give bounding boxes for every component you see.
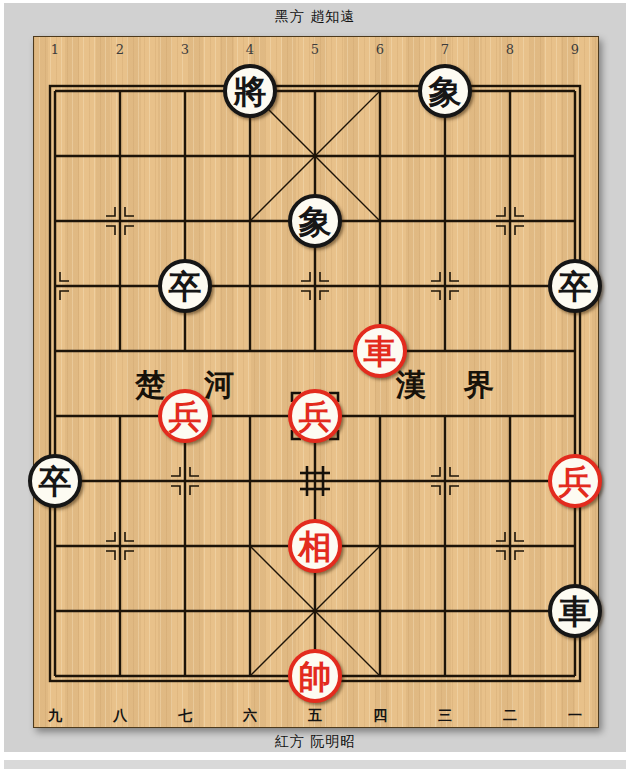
piece-red-chariot[interactable]: 車	[353, 324, 407, 378]
river-label-he: 河	[204, 365, 234, 406]
file-coordinate-bottom: 六	[243, 707, 257, 725]
player-black-label: 黑方 趙知遠	[0, 8, 630, 26]
file-coordinate-bottom: 二	[503, 707, 517, 725]
file-coordinate-bottom: 三	[438, 707, 452, 725]
river-label-chu: 楚	[135, 365, 165, 406]
piece-black-soldier[interactable]: 卒	[158, 259, 212, 313]
piece-black-elephant[interactable]: 象	[418, 64, 472, 118]
xiangqi-board[interactable]: 楚 河 漢 界 123456789九八七六五四三二一將象象卒卒車兵兵卒兵相車帥	[33, 36, 599, 728]
piece-red-elephant[interactable]: 相	[288, 519, 342, 573]
piece-black-general[interactable]: 將	[223, 64, 277, 118]
piece-red-soldier[interactable]: 兵	[548, 454, 602, 508]
file-coordinate-bottom: 九	[48, 707, 62, 725]
river-label-han: 漢	[396, 365, 426, 406]
file-coordinate-top: 4	[246, 42, 254, 57]
player-red-label: 紅方 阮明昭	[0, 733, 630, 751]
piece-black-chariot[interactable]: 車	[548, 584, 602, 638]
piece-red-soldier[interactable]: 兵	[158, 389, 212, 443]
file-coordinate-top: 7	[441, 42, 449, 57]
file-coordinate-bottom: 五	[308, 707, 322, 725]
file-coordinate-top: 9	[571, 42, 579, 57]
file-coordinate-bottom: 一	[568, 707, 582, 725]
file-coordinate-top: 1	[51, 42, 59, 57]
river-label-jie: 界	[464, 365, 494, 406]
piece-black-elephant[interactable]: 象	[288, 194, 342, 248]
piece-black-soldier[interactable]: 卒	[28, 454, 82, 508]
file-coordinate-top: 2	[116, 42, 124, 57]
xiangqi-app-window: 黑方 趙知遠 楚 河 漢 界 123456789九八七六五四三二一將象象卒卒車兵…	[0, 0, 630, 769]
piece-black-soldier[interactable]: 卒	[548, 259, 602, 313]
file-coordinate-bottom: 八	[113, 707, 127, 725]
board-grid	[34, 37, 598, 727]
file-coordinate-bottom: 四	[373, 707, 387, 725]
bottom-divider-bar	[4, 759, 626, 769]
file-coordinate-top: 3	[181, 42, 189, 57]
piece-red-general[interactable]: 帥	[288, 649, 342, 703]
piece-red-soldier[interactable]: 兵	[288, 389, 342, 443]
file-coordinate-top: 6	[376, 42, 384, 57]
file-coordinate-top: 5	[311, 42, 319, 57]
file-coordinate-top: 8	[506, 42, 514, 57]
file-coordinate-bottom: 七	[178, 707, 192, 725]
